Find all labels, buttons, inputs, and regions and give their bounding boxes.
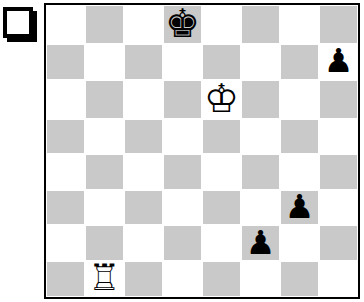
square-b8[interactable]: [85, 5, 124, 44]
square-f5[interactable]: [241, 119, 280, 155]
piece-black-pawn[interactable]: ♟: [285, 190, 315, 223]
piece-white-king[interactable]: ♔: [204, 79, 239, 118]
square-c2[interactable]: [124, 225, 163, 261]
square-f8[interactable]: [241, 5, 280, 44]
square-e7[interactable]: [202, 44, 241, 80]
square-b3[interactable]: [85, 190, 124, 226]
piece-white-rook[interactable]: ♖: [88, 260, 120, 296]
piece-black-king[interactable]: ♚: [165, 4, 200, 43]
piece-black-pawn[interactable]: ♟: [246, 226, 276, 259]
square-f7[interactable]: [241, 44, 280, 80]
square-f2[interactable]: ♟: [241, 225, 280, 261]
square-h1[interactable]: [319, 261, 358, 297]
square-h2[interactable]: [319, 225, 358, 261]
chess-board: ♚♟♔♟♟♖: [44, 3, 360, 299]
square-f6[interactable]: [241, 80, 280, 119]
square-h7[interactable]: ♟: [319, 44, 358, 80]
square-e3[interactable]: [202, 190, 241, 226]
square-a4[interactable]: [46, 154, 85, 190]
square-g6[interactable]: [280, 80, 319, 119]
square-g5[interactable]: [280, 119, 319, 155]
square-e6[interactable]: ♔: [202, 80, 241, 119]
square-g7[interactable]: [280, 44, 319, 80]
square-e4[interactable]: [202, 154, 241, 190]
square-c4[interactable]: [124, 154, 163, 190]
square-f1[interactable]: [241, 261, 280, 297]
square-e8[interactable]: [202, 5, 241, 44]
square-h4[interactable]: [319, 154, 358, 190]
square-c7[interactable]: [124, 44, 163, 80]
square-b2[interactable]: [85, 225, 124, 261]
square-f4[interactable]: [241, 154, 280, 190]
white-to-move-indicator: [3, 7, 33, 38]
square-d2[interactable]: [163, 225, 202, 261]
square-g3[interactable]: ♟: [280, 190, 319, 226]
square-d6[interactable]: [163, 80, 202, 119]
chess-diagram: ♚♟♔♟♟♖: [0, 0, 364, 302]
square-e1[interactable]: [202, 261, 241, 297]
square-c8[interactable]: [124, 5, 163, 44]
square-e2[interactable]: [202, 225, 241, 261]
square-d7[interactable]: [163, 44, 202, 80]
square-b4[interactable]: [85, 154, 124, 190]
square-g4[interactable]: [280, 154, 319, 190]
square-a5[interactable]: [46, 119, 85, 155]
square-g8[interactable]: [280, 5, 319, 44]
square-h6[interactable]: [319, 80, 358, 119]
square-a6[interactable]: [46, 80, 85, 119]
square-c3[interactable]: [124, 190, 163, 226]
square-g1[interactable]: [280, 261, 319, 297]
square-c1[interactable]: [124, 261, 163, 297]
square-h3[interactable]: [319, 190, 358, 226]
square-b1[interactable]: ♖: [85, 261, 124, 297]
square-c5[interactable]: [124, 119, 163, 155]
square-b5[interactable]: [85, 119, 124, 155]
square-a3[interactable]: [46, 190, 85, 226]
square-a2[interactable]: [46, 225, 85, 261]
square-d1[interactable]: [163, 261, 202, 297]
square-d8[interactable]: ♚: [163, 5, 202, 44]
square-a8[interactable]: [46, 5, 85, 44]
square-c6[interactable]: [124, 80, 163, 119]
square-d3[interactable]: [163, 190, 202, 226]
square-d5[interactable]: [163, 119, 202, 155]
square-a7[interactable]: [46, 44, 85, 80]
square-g2[interactable]: [280, 225, 319, 261]
square-b6[interactable]: [85, 80, 124, 119]
square-h5[interactable]: [319, 119, 358, 155]
square-f3[interactable]: [241, 190, 280, 226]
square-d4[interactable]: [163, 154, 202, 190]
square-a1[interactable]: [46, 261, 85, 297]
square-b7[interactable]: [85, 44, 124, 80]
square-e5[interactable]: [202, 119, 241, 155]
piece-black-pawn[interactable]: ♟: [324, 44, 354, 77]
square-h8[interactable]: [319, 5, 358, 44]
